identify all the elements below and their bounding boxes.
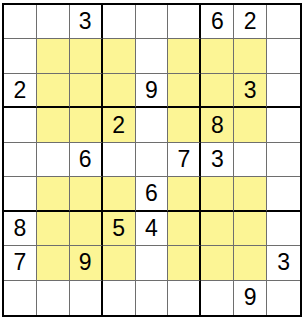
cell-r5c3-given[interactable]: 6 bbox=[70, 143, 103, 177]
cell-r3c3[interactable] bbox=[70, 74, 103, 108]
cell-r8c5[interactable] bbox=[136, 246, 169, 280]
cell-r2c6[interactable] bbox=[168, 39, 201, 73]
cell-r6c3[interactable] bbox=[70, 177, 103, 211]
cell-r9c5[interactable] bbox=[136, 281, 169, 315]
cell-r8c1-given[interactable]: 7 bbox=[4, 246, 37, 280]
cell-r8c9-given[interactable]: 3 bbox=[267, 246, 300, 280]
cell-r3c6[interactable] bbox=[168, 74, 201, 108]
cell-r8c2[interactable] bbox=[37, 246, 70, 280]
cell-r7c9[interactable] bbox=[267, 212, 300, 246]
cell-r3c9[interactable] bbox=[267, 74, 300, 108]
cell-r1c7-given[interactable]: 6 bbox=[201, 5, 234, 39]
cell-r2c4[interactable] bbox=[103, 39, 136, 73]
cell-r6c6[interactable] bbox=[168, 177, 201, 211]
cell-r3c5-given[interactable]: 9 bbox=[136, 74, 169, 108]
cell-r5c2[interactable] bbox=[37, 143, 70, 177]
cell-r1c4[interactable] bbox=[103, 5, 136, 39]
cell-r6c2[interactable] bbox=[37, 177, 70, 211]
cell-r4c5[interactable] bbox=[136, 108, 169, 142]
cell-r4c1[interactable] bbox=[4, 108, 37, 142]
sudoku-grid: 3622932867368547939 bbox=[4, 5, 300, 315]
cell-r7c5-given[interactable]: 4 bbox=[136, 212, 169, 246]
cell-r1c1[interactable] bbox=[4, 5, 37, 39]
cell-r1c2[interactable] bbox=[37, 5, 70, 39]
cell-r6c4[interactable] bbox=[103, 177, 136, 211]
cell-r4c2[interactable] bbox=[37, 108, 70, 142]
cell-r6c1[interactable] bbox=[4, 177, 37, 211]
cell-r7c6[interactable] bbox=[168, 212, 201, 246]
cell-r5c6-given[interactable]: 7 bbox=[168, 143, 201, 177]
cell-r8c6[interactable] bbox=[168, 246, 201, 280]
cell-r8c3-given[interactable]: 9 bbox=[70, 246, 103, 280]
cell-r5c9[interactable] bbox=[267, 143, 300, 177]
sudoku-board: 3622932867368547939 bbox=[2, 3, 302, 317]
cell-r9c6[interactable] bbox=[168, 281, 201, 315]
cell-r6c9[interactable] bbox=[267, 177, 300, 211]
cell-r5c4[interactable] bbox=[103, 143, 136, 177]
cell-r3c7[interactable] bbox=[201, 74, 234, 108]
sudoku-app: 3622932867368547939 bbox=[0, 0, 304, 320]
cell-r9c9[interactable] bbox=[267, 281, 300, 315]
cell-r8c4[interactable] bbox=[103, 246, 136, 280]
cell-r5c5[interactable] bbox=[136, 143, 169, 177]
cell-r2c2[interactable] bbox=[37, 39, 70, 73]
cell-r8c7[interactable] bbox=[201, 246, 234, 280]
cell-r3c2[interactable] bbox=[37, 74, 70, 108]
cell-r3c1-given[interactable]: 2 bbox=[4, 74, 37, 108]
cell-r9c7[interactable] bbox=[201, 281, 234, 315]
cell-r7c3[interactable] bbox=[70, 212, 103, 246]
cell-r2c8[interactable] bbox=[234, 39, 267, 73]
cell-r7c2[interactable] bbox=[37, 212, 70, 246]
cell-r4c8[interactable] bbox=[234, 108, 267, 142]
cell-r9c2[interactable] bbox=[37, 281, 70, 315]
cell-r4c6[interactable] bbox=[168, 108, 201, 142]
cell-r2c1[interactable] bbox=[4, 39, 37, 73]
cell-r6c8[interactable] bbox=[234, 177, 267, 211]
cell-r9c8-given[interactable]: 9 bbox=[234, 281, 267, 315]
cell-r7c4-given[interactable]: 5 bbox=[103, 212, 136, 246]
cell-r3c8-given[interactable]: 3 bbox=[234, 74, 267, 108]
cell-r1c5[interactable] bbox=[136, 5, 169, 39]
cell-r4c4-given[interactable]: 2 bbox=[103, 108, 136, 142]
cell-r9c4[interactable] bbox=[103, 281, 136, 315]
cell-r9c3[interactable] bbox=[70, 281, 103, 315]
cell-r6c5-given[interactable]: 6 bbox=[136, 177, 169, 211]
cell-r1c6[interactable] bbox=[168, 5, 201, 39]
cell-r5c1[interactable] bbox=[4, 143, 37, 177]
cell-r4c3[interactable] bbox=[70, 108, 103, 142]
cell-r4c7-given[interactable]: 8 bbox=[201, 108, 234, 142]
cell-r8c8[interactable] bbox=[234, 246, 267, 280]
cell-r5c7-given[interactable]: 3 bbox=[201, 143, 234, 177]
cell-r6c7[interactable] bbox=[201, 177, 234, 211]
cell-r2c5[interactable] bbox=[136, 39, 169, 73]
cell-r3c4[interactable] bbox=[103, 74, 136, 108]
cell-r7c7[interactable] bbox=[201, 212, 234, 246]
cell-r5c8[interactable] bbox=[234, 143, 267, 177]
cell-r2c7[interactable] bbox=[201, 39, 234, 73]
cell-r7c1-given[interactable]: 8 bbox=[4, 212, 37, 246]
cell-r1c8-given[interactable]: 2 bbox=[234, 5, 267, 39]
cell-r2c3[interactable] bbox=[70, 39, 103, 73]
cell-r1c3-given[interactable]: 3 bbox=[70, 5, 103, 39]
cell-r9c1[interactable] bbox=[4, 281, 37, 315]
cell-r2c9[interactable] bbox=[267, 39, 300, 73]
cell-r4c9[interactable] bbox=[267, 108, 300, 142]
cell-r1c9[interactable] bbox=[267, 5, 300, 39]
cell-r7c8[interactable] bbox=[234, 212, 267, 246]
